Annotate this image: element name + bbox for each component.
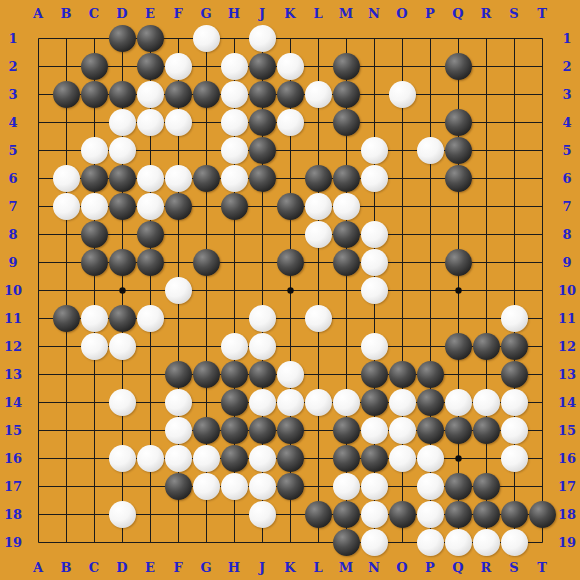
intersection-B14[interactable] (52, 388, 80, 416)
stone-white-N9[interactable] (360, 248, 388, 276)
stone-black-N16[interactable] (360, 444, 388, 472)
stone-white-H12[interactable] (220, 332, 248, 360)
stone-white-R14[interactable] (472, 388, 500, 416)
intersection-F1[interactable] (164, 24, 192, 52)
stone-black-Q18[interactable] (444, 500, 472, 528)
stone-black-M15[interactable] (332, 416, 360, 444)
stone-white-E3[interactable] (136, 80, 164, 108)
stone-white-S16[interactable] (500, 444, 528, 472)
intersection-F9[interactable] (164, 248, 192, 276)
intersection-O11[interactable] (388, 304, 416, 332)
intersection-S10[interactable] (500, 276, 528, 304)
intersection-E19[interactable] (136, 528, 164, 556)
intersection-S4[interactable] (500, 108, 528, 136)
stone-black-C9[interactable] (80, 248, 108, 276)
stone-white-N8[interactable] (360, 220, 388, 248)
intersection-E13[interactable] (136, 360, 164, 388)
stone-white-S19[interactable] (500, 528, 528, 556)
intersection-O10[interactable] (388, 276, 416, 304)
intersection-T14[interactable] (528, 388, 556, 416)
stone-white-O3[interactable] (388, 80, 416, 108)
stone-black-S13[interactable] (500, 360, 528, 388)
intersection-E10[interactable] (136, 276, 164, 304)
stone-black-M9[interactable] (332, 248, 360, 276)
intersection-L2[interactable] (304, 52, 332, 80)
stone-white-D12[interactable] (108, 332, 136, 360)
intersection-R6[interactable] (472, 164, 500, 192)
intersection-K11[interactable] (276, 304, 304, 332)
intersection-L1[interactable] (304, 24, 332, 52)
stone-black-R15[interactable] (472, 416, 500, 444)
intersection-K5[interactable] (276, 136, 304, 164)
stone-black-K7[interactable] (276, 192, 304, 220)
intersection-F8[interactable] (164, 220, 192, 248)
intersection-S1[interactable] (500, 24, 528, 52)
stone-white-C5[interactable] (80, 136, 108, 164)
stone-black-E9[interactable] (136, 248, 164, 276)
stone-black-C6[interactable] (80, 164, 108, 192)
intersection-K19[interactable] (276, 528, 304, 556)
intersection-A11[interactable] (24, 304, 52, 332)
intersection-T5[interactable] (528, 136, 556, 164)
intersection-K18[interactable] (276, 500, 304, 528)
stone-white-F6[interactable] (164, 164, 192, 192)
stone-white-C12[interactable] (80, 332, 108, 360)
stone-black-P14[interactable] (416, 388, 444, 416)
intersection-Q11[interactable] (444, 304, 472, 332)
stone-black-H14[interactable] (220, 388, 248, 416)
intersection-L19[interactable] (304, 528, 332, 556)
intersection-D2[interactable] (108, 52, 136, 80)
intersection-A17[interactable] (24, 472, 52, 500)
intersection-G12[interactable] (192, 332, 220, 360)
intersection-T9[interactable] (528, 248, 556, 276)
intersection-T6[interactable] (528, 164, 556, 192)
stone-white-F4[interactable] (164, 108, 192, 136)
intersection-K12[interactable] (276, 332, 304, 360)
intersection-R1[interactable] (472, 24, 500, 52)
intersection-N11[interactable] (360, 304, 388, 332)
stone-black-C8[interactable] (80, 220, 108, 248)
stone-black-S18[interactable] (500, 500, 528, 528)
stone-black-M18[interactable] (332, 500, 360, 528)
intersection-C1[interactable] (80, 24, 108, 52)
intersection-K8[interactable] (276, 220, 304, 248)
stone-black-E1[interactable] (136, 24, 164, 52)
intersection-D15[interactable] (108, 416, 136, 444)
stone-black-C2[interactable] (80, 52, 108, 80)
intersection-C18[interactable] (80, 500, 108, 528)
intersection-O1[interactable] (388, 24, 416, 52)
stone-white-N6[interactable] (360, 164, 388, 192)
intersection-B17[interactable] (52, 472, 80, 500)
stone-white-K2[interactable] (276, 52, 304, 80)
intersection-J19[interactable] (248, 528, 276, 556)
stone-black-T18[interactable] (528, 500, 556, 528)
intersection-L4[interactable] (304, 108, 332, 136)
stone-black-G3[interactable] (192, 80, 220, 108)
stone-white-E6[interactable] (136, 164, 164, 192)
stone-black-N14[interactable] (360, 388, 388, 416)
intersection-J8[interactable] (248, 220, 276, 248)
stone-black-K3[interactable] (276, 80, 304, 108)
stone-white-P5[interactable] (416, 136, 444, 164)
stone-black-R18[interactable] (472, 500, 500, 528)
intersection-B4[interactable] (52, 108, 80, 136)
intersection-B13[interactable] (52, 360, 80, 388)
stone-black-Q9[interactable] (444, 248, 472, 276)
stone-black-M6[interactable] (332, 164, 360, 192)
intersection-Q10[interactable] (444, 276, 472, 304)
stone-white-S14[interactable] (500, 388, 528, 416)
stone-white-K13[interactable] (276, 360, 304, 388)
stone-black-M2[interactable] (332, 52, 360, 80)
stone-black-D6[interactable] (108, 164, 136, 192)
intersection-G5[interactable] (192, 136, 220, 164)
stone-white-E11[interactable] (136, 304, 164, 332)
intersection-R16[interactable] (472, 444, 500, 472)
stone-black-M3[interactable] (332, 80, 360, 108)
intersection-C4[interactable] (80, 108, 108, 136)
stone-white-F2[interactable] (164, 52, 192, 80)
intersection-O8[interactable] (388, 220, 416, 248)
intersection-G8[interactable] (192, 220, 220, 248)
intersection-H8[interactable] (220, 220, 248, 248)
intersection-P3[interactable] (416, 80, 444, 108)
intersection-B1[interactable] (52, 24, 80, 52)
intersection-L15[interactable] (304, 416, 332, 444)
intersection-G10[interactable] (192, 276, 220, 304)
stone-white-S15[interactable] (500, 416, 528, 444)
intersection-A10[interactable] (24, 276, 52, 304)
stone-black-M16[interactable] (332, 444, 360, 472)
stone-black-K15[interactable] (276, 416, 304, 444)
intersection-A19[interactable] (24, 528, 52, 556)
stone-white-E4[interactable] (136, 108, 164, 136)
stone-white-E16[interactable] (136, 444, 164, 472)
intersection-A14[interactable] (24, 388, 52, 416)
intersection-R4[interactable] (472, 108, 500, 136)
intersection-R13[interactable] (472, 360, 500, 388)
stone-white-R19[interactable] (472, 528, 500, 556)
intersection-P1[interactable] (416, 24, 444, 52)
intersection-H9[interactable] (220, 248, 248, 276)
stone-black-M4[interactable] (332, 108, 360, 136)
intersection-T4[interactable] (528, 108, 556, 136)
stone-white-H5[interactable] (220, 136, 248, 164)
stone-black-E2[interactable] (136, 52, 164, 80)
intersection-L12[interactable] (304, 332, 332, 360)
intersection-C13[interactable] (80, 360, 108, 388)
intersection-R2[interactable] (472, 52, 500, 80)
intersection-O12[interactable] (388, 332, 416, 360)
intersection-T2[interactable] (528, 52, 556, 80)
stone-black-O13[interactable] (388, 360, 416, 388)
stone-white-G1[interactable] (192, 24, 220, 52)
stone-white-N5[interactable] (360, 136, 388, 164)
stone-white-N12[interactable] (360, 332, 388, 360)
intersection-S7[interactable] (500, 192, 528, 220)
intersection-A5[interactable] (24, 136, 52, 164)
intersection-S8[interactable] (500, 220, 528, 248)
intersection-L17[interactable] (304, 472, 332, 500)
intersection-F5[interactable] (164, 136, 192, 164)
intersection-M13[interactable] (332, 360, 360, 388)
intersection-S17[interactable] (500, 472, 528, 500)
stone-white-B6[interactable] (52, 164, 80, 192)
intersection-A1[interactable] (24, 24, 52, 52)
stone-black-J15[interactable] (248, 416, 276, 444)
stone-white-N17[interactable] (360, 472, 388, 500)
intersection-P12[interactable] (416, 332, 444, 360)
stone-black-F3[interactable] (164, 80, 192, 108)
intersection-M12[interactable] (332, 332, 360, 360)
stone-white-J16[interactable] (248, 444, 276, 472)
stone-white-M17[interactable] (332, 472, 360, 500)
intersection-S9[interactable] (500, 248, 528, 276)
intersection-T1[interactable] (528, 24, 556, 52)
stone-white-L14[interactable] (304, 388, 332, 416)
intersection-T7[interactable] (528, 192, 556, 220)
stone-black-Q6[interactable] (444, 164, 472, 192)
stone-black-H7[interactable] (220, 192, 248, 220)
intersection-C14[interactable] (80, 388, 108, 416)
intersection-Q13[interactable] (444, 360, 472, 388)
stone-black-K16[interactable] (276, 444, 304, 472)
stone-black-D3[interactable] (108, 80, 136, 108)
stone-white-O16[interactable] (388, 444, 416, 472)
intersection-D13[interactable] (108, 360, 136, 388)
stone-black-F17[interactable] (164, 472, 192, 500)
stone-black-Q5[interactable] (444, 136, 472, 164)
intersection-O4[interactable] (388, 108, 416, 136)
stone-white-E7[interactable] (136, 192, 164, 220)
intersection-C19[interactable] (80, 528, 108, 556)
intersection-L13[interactable] (304, 360, 332, 388)
intersection-K1[interactable] (276, 24, 304, 52)
stone-black-L6[interactable] (304, 164, 332, 192)
stone-black-J6[interactable] (248, 164, 276, 192)
intersection-H11[interactable] (220, 304, 248, 332)
intersection-B19[interactable] (52, 528, 80, 556)
intersection-B12[interactable] (52, 332, 80, 360)
intersection-R7[interactable] (472, 192, 500, 220)
intersection-A12[interactable] (24, 332, 52, 360)
stone-black-N13[interactable] (360, 360, 388, 388)
intersection-F12[interactable] (164, 332, 192, 360)
stone-black-Q15[interactable] (444, 416, 472, 444)
intersection-B15[interactable] (52, 416, 80, 444)
intersection-O17[interactable] (388, 472, 416, 500)
intersection-S3[interactable] (500, 80, 528, 108)
intersection-M10[interactable] (332, 276, 360, 304)
intersection-E14[interactable] (136, 388, 164, 416)
stone-black-J3[interactable] (248, 80, 276, 108)
intersection-D19[interactable] (108, 528, 136, 556)
intersection-A3[interactable] (24, 80, 52, 108)
stone-white-H6[interactable] (220, 164, 248, 192)
intersection-Q7[interactable] (444, 192, 472, 220)
stone-black-Q2[interactable] (444, 52, 472, 80)
intersection-G7[interactable] (192, 192, 220, 220)
stone-black-J13[interactable] (248, 360, 276, 388)
stone-white-D16[interactable] (108, 444, 136, 472)
stone-black-J4[interactable] (248, 108, 276, 136)
stone-black-Q12[interactable] (444, 332, 472, 360)
stone-black-O18[interactable] (388, 500, 416, 528)
intersection-P8[interactable] (416, 220, 444, 248)
intersection-P9[interactable] (416, 248, 444, 276)
stone-white-J1[interactable] (248, 24, 276, 52)
stone-black-D1[interactable] (108, 24, 136, 52)
intersection-S2[interactable] (500, 52, 528, 80)
stone-black-C3[interactable] (80, 80, 108, 108)
intersection-M11[interactable] (332, 304, 360, 332)
stone-black-D11[interactable] (108, 304, 136, 332)
intersection-D8[interactable] (108, 220, 136, 248)
intersection-G4[interactable] (192, 108, 220, 136)
stone-white-H17[interactable] (220, 472, 248, 500)
stone-black-G6[interactable] (192, 164, 220, 192)
stone-white-J18[interactable] (248, 500, 276, 528)
stone-white-K4[interactable] (276, 108, 304, 136)
intersection-R11[interactable] (472, 304, 500, 332)
intersection-N1[interactable] (360, 24, 388, 52)
intersection-K10[interactable] (276, 276, 304, 304)
intersection-C16[interactable] (80, 444, 108, 472)
stone-black-P13[interactable] (416, 360, 444, 388)
intersection-H18[interactable] (220, 500, 248, 528)
intersection-N7[interactable] (360, 192, 388, 220)
stone-white-G16[interactable] (192, 444, 220, 472)
stone-white-C7[interactable] (80, 192, 108, 220)
stone-black-B11[interactable] (52, 304, 80, 332)
intersection-L16[interactable] (304, 444, 332, 472)
stone-white-S11[interactable] (500, 304, 528, 332)
intersection-B10[interactable] (52, 276, 80, 304)
intersection-C17[interactable] (80, 472, 108, 500)
intersection-P11[interactable] (416, 304, 444, 332)
stone-white-H4[interactable] (220, 108, 248, 136)
intersection-G11[interactable] (192, 304, 220, 332)
stone-white-P16[interactable] (416, 444, 444, 472)
stone-black-G9[interactable] (192, 248, 220, 276)
intersection-J10[interactable] (248, 276, 276, 304)
stone-white-F16[interactable] (164, 444, 192, 472)
intersection-J9[interactable] (248, 248, 276, 276)
stone-black-J2[interactable] (248, 52, 276, 80)
stone-black-P15[interactable] (416, 416, 444, 444)
stone-white-C11[interactable] (80, 304, 108, 332)
intersection-L10[interactable] (304, 276, 332, 304)
stone-black-S12[interactable] (500, 332, 528, 360)
intersection-R3[interactable] (472, 80, 500, 108)
stone-white-H2[interactable] (220, 52, 248, 80)
stone-white-J12[interactable] (248, 332, 276, 360)
stone-black-B3[interactable] (52, 80, 80, 108)
stone-white-F15[interactable] (164, 416, 192, 444)
intersection-G2[interactable] (192, 52, 220, 80)
stone-white-O14[interactable] (388, 388, 416, 416)
intersection-B5[interactable] (52, 136, 80, 164)
intersection-M1[interactable] (332, 24, 360, 52)
intersection-Q3[interactable] (444, 80, 472, 108)
intersection-T3[interactable] (528, 80, 556, 108)
intersection-A6[interactable] (24, 164, 52, 192)
intersection-H19[interactable] (220, 528, 248, 556)
intersection-O19[interactable] (388, 528, 416, 556)
intersection-F11[interactable] (164, 304, 192, 332)
intersection-B2[interactable] (52, 52, 80, 80)
intersection-F18[interactable] (164, 500, 192, 528)
stone-white-D18[interactable] (108, 500, 136, 528)
stone-black-R17[interactable] (472, 472, 500, 500)
stone-black-G15[interactable] (192, 416, 220, 444)
intersection-E5[interactable] (136, 136, 164, 164)
intersection-T17[interactable] (528, 472, 556, 500)
stone-white-K14[interactable] (276, 388, 304, 416)
intersection-T8[interactable] (528, 220, 556, 248)
stone-white-P19[interactable] (416, 528, 444, 556)
stone-black-K17[interactable] (276, 472, 304, 500)
intersection-L5[interactable] (304, 136, 332, 164)
intersection-A2[interactable] (24, 52, 52, 80)
stone-white-F10[interactable] (164, 276, 192, 304)
stone-white-D4[interactable] (108, 108, 136, 136)
stone-white-N15[interactable] (360, 416, 388, 444)
intersection-A4[interactable] (24, 108, 52, 136)
intersection-C15[interactable] (80, 416, 108, 444)
stone-white-L3[interactable] (304, 80, 332, 108)
intersection-B16[interactable] (52, 444, 80, 472)
stone-white-J11[interactable] (248, 304, 276, 332)
intersection-H10[interactable] (220, 276, 248, 304)
intersection-R9[interactable] (472, 248, 500, 276)
stone-white-D5[interactable] (108, 136, 136, 164)
intersection-T11[interactable] (528, 304, 556, 332)
intersection-H1[interactable] (220, 24, 248, 52)
intersection-S6[interactable] (500, 164, 528, 192)
intersection-N3[interactable] (360, 80, 388, 108)
stone-white-N19[interactable] (360, 528, 388, 556)
intersection-M5[interactable] (332, 136, 360, 164)
stone-black-H15[interactable] (220, 416, 248, 444)
intersection-C10[interactable] (80, 276, 108, 304)
stone-black-Q4[interactable] (444, 108, 472, 136)
stone-white-P17[interactable] (416, 472, 444, 500)
stone-black-H16[interactable] (220, 444, 248, 472)
intersection-T19[interactable] (528, 528, 556, 556)
stone-white-M14[interactable] (332, 388, 360, 416)
intersection-T16[interactable] (528, 444, 556, 472)
intersection-R8[interactable] (472, 220, 500, 248)
stone-white-B7[interactable] (52, 192, 80, 220)
stone-black-Q17[interactable] (444, 472, 472, 500)
intersection-B18[interactable] (52, 500, 80, 528)
stone-black-J5[interactable] (248, 136, 276, 164)
intersection-T12[interactable] (528, 332, 556, 360)
intersection-N2[interactable] (360, 52, 388, 80)
intersection-P2[interactable] (416, 52, 444, 80)
stone-white-J14[interactable] (248, 388, 276, 416)
intersection-B9[interactable] (52, 248, 80, 276)
intersection-R5[interactable] (472, 136, 500, 164)
intersection-A15[interactable] (24, 416, 52, 444)
intersection-G18[interactable] (192, 500, 220, 528)
intersection-F19[interactable] (164, 528, 192, 556)
intersection-R10[interactable] (472, 276, 500, 304)
intersection-Q1[interactable] (444, 24, 472, 52)
